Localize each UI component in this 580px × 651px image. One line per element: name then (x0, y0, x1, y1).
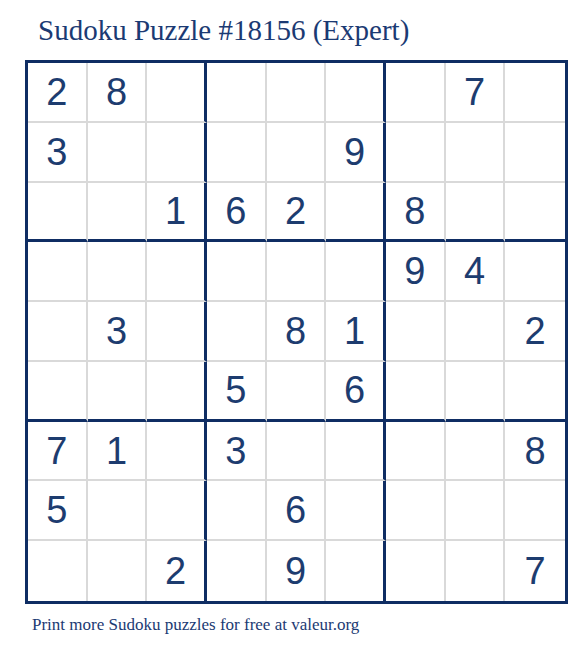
cell-r7c6[interactable] (326, 422, 386, 482)
cell-r2c1[interactable]: 3 (28, 123, 88, 183)
cell-r5c1[interactable] (28, 302, 88, 362)
cell-r8c1[interactable]: 5 (28, 481, 88, 541)
cell-r2c7[interactable] (386, 123, 446, 183)
cell-r8c3[interactable] (147, 481, 207, 541)
cell-r3c1[interactable] (28, 183, 88, 243)
cell-r1c3[interactable] (147, 63, 207, 123)
cell-r5c2[interactable]: 3 (88, 302, 148, 362)
cell-r8c4[interactable] (207, 481, 267, 541)
cell-r7c4[interactable]: 3 (207, 422, 267, 482)
cell-r2c9[interactable] (505, 123, 565, 183)
cell-r6c3[interactable] (147, 362, 207, 422)
cell-r4c8[interactable]: 4 (446, 242, 506, 302)
cell-r1c8[interactable]: 7 (446, 63, 506, 123)
cell-r5c5[interactable]: 8 (267, 302, 327, 362)
cell-r8c2[interactable] (88, 481, 148, 541)
cell-r2c8[interactable] (446, 123, 506, 183)
cell-r1c1[interactable]: 2 (28, 63, 88, 123)
cell-r1c2[interactable]: 8 (88, 63, 148, 123)
cell-r4c4[interactable] (207, 242, 267, 302)
cell-r3c7[interactable]: 8 (386, 183, 446, 243)
cell-r6c2[interactable] (88, 362, 148, 422)
cell-r9c4[interactable] (207, 541, 267, 601)
cell-r4c9[interactable] (505, 242, 565, 302)
cell-r4c6[interactable] (326, 242, 386, 302)
cell-r2c4[interactable] (207, 123, 267, 183)
cell-r4c2[interactable] (88, 242, 148, 302)
cell-r7c2[interactable]: 1 (88, 422, 148, 482)
cell-r8c8[interactable] (446, 481, 506, 541)
cell-r9c9[interactable]: 7 (505, 541, 565, 601)
cell-r9c3[interactable]: 2 (147, 541, 207, 601)
cell-r8c5[interactable]: 6 (267, 481, 327, 541)
cell-r7c3[interactable] (147, 422, 207, 482)
cell-r7c5[interactable] (267, 422, 327, 482)
cell-r7c9[interactable]: 8 (505, 422, 565, 482)
cell-r6c1[interactable] (28, 362, 88, 422)
cell-r2c2[interactable] (88, 123, 148, 183)
page-title: Sudoku Puzzle #18156 (Expert) (38, 14, 409, 47)
cell-r5c7[interactable] (386, 302, 446, 362)
cell-r9c2[interactable] (88, 541, 148, 601)
cell-r6c9[interactable] (505, 362, 565, 422)
cell-r4c5[interactable] (267, 242, 327, 302)
cell-r1c7[interactable] (386, 63, 446, 123)
cell-r3c8[interactable] (446, 183, 506, 243)
cell-r6c6[interactable]: 6 (326, 362, 386, 422)
cell-r3c4[interactable]: 6 (207, 183, 267, 243)
cell-r9c7[interactable] (386, 541, 446, 601)
cell-r3c9[interactable] (505, 183, 565, 243)
cell-r3c2[interactable] (88, 183, 148, 243)
cell-r6c7[interactable] (386, 362, 446, 422)
cell-r6c4[interactable]: 5 (207, 362, 267, 422)
cell-r3c5[interactable]: 2 (267, 183, 327, 243)
cell-r4c7[interactable]: 9 (386, 242, 446, 302)
cell-r1c9[interactable] (505, 63, 565, 123)
cell-r8c7[interactable] (386, 481, 446, 541)
cell-r3c6[interactable] (326, 183, 386, 243)
cell-r7c7[interactable] (386, 422, 446, 482)
cell-r2c6[interactable]: 9 (326, 123, 386, 183)
cell-r6c5[interactable] (267, 362, 327, 422)
cell-r1c6[interactable] (326, 63, 386, 123)
cell-r9c8[interactable] (446, 541, 506, 601)
cell-r9c5[interactable]: 9 (267, 541, 327, 601)
cell-r5c4[interactable] (207, 302, 267, 362)
cell-r5c3[interactable] (147, 302, 207, 362)
cell-r3c3[interactable]: 1 (147, 183, 207, 243)
cell-r5c9[interactable]: 2 (505, 302, 565, 362)
cell-r6c8[interactable] (446, 362, 506, 422)
cell-r7c8[interactable] (446, 422, 506, 482)
cell-r4c3[interactable] (147, 242, 207, 302)
cell-r1c5[interactable] (267, 63, 327, 123)
cell-r2c5[interactable] (267, 123, 327, 183)
sudoku-grid: 28739162894381256713856297 (25, 60, 568, 604)
cell-r8c9[interactable] (505, 481, 565, 541)
cell-r7c1[interactable]: 7 (28, 422, 88, 482)
cell-r9c6[interactable] (326, 541, 386, 601)
cell-r4c1[interactable] (28, 242, 88, 302)
cell-r8c6[interactable] (326, 481, 386, 541)
cell-r5c8[interactable] (446, 302, 506, 362)
cell-r2c3[interactable] (147, 123, 207, 183)
footer-text: Print more Sudoku puzzles for free at va… (32, 615, 359, 635)
cell-r9c1[interactable] (28, 541, 88, 601)
cell-r5c6[interactable]: 1 (326, 302, 386, 362)
cell-r1c4[interactable] (207, 63, 267, 123)
